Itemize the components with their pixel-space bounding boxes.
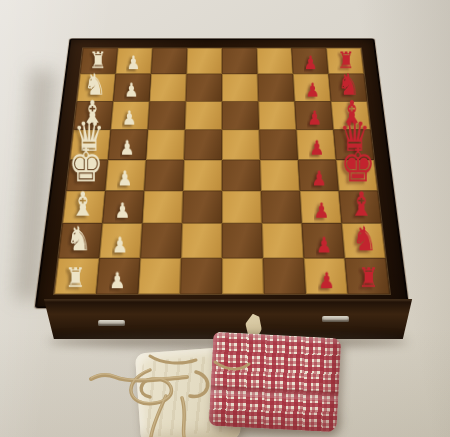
board-square: ♟ bbox=[111, 101, 150, 129]
board-square bbox=[260, 160, 300, 191]
board-square bbox=[151, 48, 187, 74]
board-square bbox=[183, 160, 222, 191]
white-pawn-piece: ♟ bbox=[122, 108, 137, 128]
board-square: ♟ bbox=[116, 48, 153, 74]
board-square bbox=[222, 191, 262, 224]
photo-scene: ♜♟♟♜♞♟♟♞♝♟♟♝♛♟♟♛♚♟♟♚♝♟♟♝♞♟♟♞♜♟♟♜ bbox=[0, 0, 450, 437]
gingham-drawstring-bag bbox=[209, 332, 342, 433]
white-bishop-piece: ♝ bbox=[70, 188, 95, 222]
board-square: ♟ bbox=[298, 160, 339, 191]
board-square: ♟ bbox=[105, 160, 146, 191]
hinge-icon bbox=[322, 316, 349, 322]
white-knight-piece: ♞ bbox=[67, 222, 92, 255]
red-knight-piece: ♞ bbox=[352, 222, 377, 255]
chess-board-frame: ♜♟♟♜♞♟♟♞♝♟♟♝♛♟♟♛♚♟♟♚♝♟♟♝♞♟♟♞♜♟♟♜ bbox=[35, 39, 410, 309]
board-square bbox=[222, 101, 259, 129]
board-square bbox=[187, 48, 222, 74]
board-square bbox=[184, 130, 222, 160]
board-square: ♟ bbox=[300, 191, 342, 224]
board-square bbox=[263, 258, 306, 294]
red-king-piece: ♚ bbox=[340, 141, 375, 188]
red-pawn-piece: ♟ bbox=[316, 234, 332, 255]
board-square: ♟ bbox=[293, 74, 331, 101]
board-square: ♟ bbox=[304, 258, 348, 294]
red-pawn-piece: ♟ bbox=[305, 80, 319, 99]
red-pawn-piece: ♟ bbox=[311, 168, 326, 188]
board-square: ♟ bbox=[291, 48, 328, 74]
board-square: ♟ bbox=[102, 191, 144, 224]
board-square bbox=[222, 258, 264, 294]
red-pawn-piece: ♟ bbox=[318, 269, 335, 291]
board-square: ♜ bbox=[345, 258, 390, 294]
board-square bbox=[259, 130, 298, 160]
hinge-icon bbox=[98, 320, 125, 326]
board-square: ♟ bbox=[108, 130, 148, 160]
chess-board-grid: ♜♟♟♜♞♟♟♞♝♟♟♝♛♟♟♛♚♟♟♚♝♟♟♝♞♟♟♞♜♟♟♜ bbox=[54, 48, 390, 294]
white-pawn-piece: ♟ bbox=[124, 80, 138, 99]
board-square bbox=[146, 130, 185, 160]
board-square bbox=[186, 74, 222, 101]
board-square bbox=[222, 48, 257, 74]
white-pawn-piece: ♟ bbox=[109, 269, 126, 291]
board-square bbox=[148, 101, 186, 129]
board-square: ♟ bbox=[113, 74, 151, 101]
white-pawn-piece: ♟ bbox=[112, 234, 128, 255]
board-square bbox=[257, 74, 294, 101]
board-square bbox=[258, 101, 296, 129]
board-square bbox=[181, 223, 222, 257]
board-square bbox=[257, 48, 293, 74]
board-square bbox=[144, 160, 184, 191]
white-pawn-piece: ♟ bbox=[120, 137, 135, 157]
board-square: ♞ bbox=[342, 223, 386, 257]
board-square bbox=[222, 74, 258, 101]
white-pawn-piece: ♟ bbox=[115, 200, 131, 221]
board-square bbox=[261, 191, 302, 224]
white-rook-piece: ♜ bbox=[65, 264, 86, 292]
board-square: ♞ bbox=[58, 223, 102, 257]
white-king-piece: ♚ bbox=[68, 141, 103, 188]
red-pawn-piece: ♟ bbox=[307, 108, 322, 128]
white-pawn-piece: ♟ bbox=[117, 168, 132, 188]
board-square bbox=[140, 223, 182, 257]
board-square bbox=[142, 191, 183, 224]
white-pawn-piece: ♟ bbox=[126, 54, 140, 73]
board-square bbox=[262, 223, 304, 257]
board-square bbox=[185, 101, 222, 129]
red-pawn-piece: ♟ bbox=[304, 54, 318, 73]
board-square bbox=[180, 258, 222, 294]
board-square: ♟ bbox=[99, 223, 142, 257]
red-pawn-piece: ♟ bbox=[309, 137, 324, 157]
red-pawn-piece: ♟ bbox=[314, 200, 330, 221]
board-square bbox=[138, 258, 181, 294]
board-square bbox=[222, 160, 261, 191]
board-square: ♟ bbox=[96, 258, 140, 294]
board-square bbox=[149, 74, 186, 101]
board-square bbox=[182, 191, 222, 224]
board-square bbox=[222, 130, 260, 160]
red-bishop-piece: ♝ bbox=[349, 188, 374, 222]
board-square: ♟ bbox=[302, 223, 345, 257]
board-square: ♟ bbox=[295, 101, 334, 129]
board-square: ♜ bbox=[54, 258, 99, 294]
board-square bbox=[222, 223, 263, 257]
red-rook-piece: ♜ bbox=[358, 264, 379, 292]
board-square: ♟ bbox=[296, 130, 336, 160]
chess-box-lid: ♜♟♟♜♞♟♟♞♝♟♟♝♛♟♟♛♚♟♟♚♝♟♟♝♞♟♟♞♜♟♟♜ bbox=[54, 0, 390, 345]
